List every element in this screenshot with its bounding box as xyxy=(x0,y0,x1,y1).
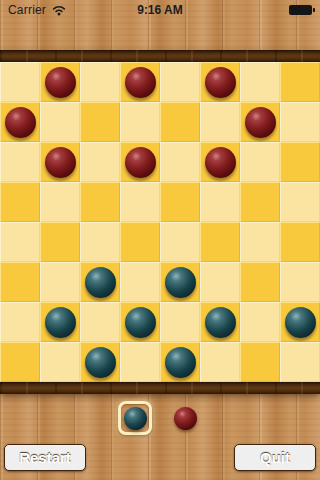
square-r7c8[interactable] xyxy=(280,302,320,342)
square-r3c5[interactable] xyxy=(160,142,200,182)
square-r5c6[interactable] xyxy=(200,222,240,262)
square-r2c1[interactable] xyxy=(0,102,40,142)
red-piece[interactable] xyxy=(245,107,276,138)
restart-button[interactable]: Restart xyxy=(4,444,86,471)
square-r2c4[interactable] xyxy=(120,102,160,142)
square-r6c4[interactable] xyxy=(120,262,160,302)
status-bar: Carrier 9:16 AM xyxy=(0,0,320,20)
red-turn-piece xyxy=(174,407,197,430)
square-r6c3[interactable] xyxy=(80,262,120,302)
square-r4c7[interactable] xyxy=(240,182,280,222)
square-r3c2[interactable] xyxy=(40,142,80,182)
square-r7c6[interactable] xyxy=(200,302,240,342)
square-r3c4[interactable] xyxy=(120,142,160,182)
teal-piece[interactable] xyxy=(45,307,76,338)
square-r1c6[interactable] xyxy=(200,62,240,102)
square-r6c1[interactable] xyxy=(0,262,40,302)
square-r1c5[interactable] xyxy=(160,62,200,102)
square-r2c3[interactable] xyxy=(80,102,120,142)
square-r7c7[interactable] xyxy=(240,302,280,342)
teal-piece[interactable] xyxy=(165,347,196,378)
square-r1c2[interactable] xyxy=(40,62,80,102)
square-r6c6[interactable] xyxy=(200,262,240,302)
square-r8c1[interactable] xyxy=(0,342,40,382)
square-r4c5[interactable] xyxy=(160,182,200,222)
square-r6c7[interactable] xyxy=(240,262,280,302)
square-r6c5[interactable] xyxy=(160,262,200,302)
teal-piece[interactable] xyxy=(285,307,316,338)
square-r8c4[interactable] xyxy=(120,342,160,382)
battery-icon xyxy=(289,5,312,15)
square-r8c2[interactable] xyxy=(40,342,80,382)
teal-turn-piece xyxy=(124,407,147,430)
board-frame-bottom xyxy=(0,382,320,394)
teal-piece[interactable] xyxy=(125,307,156,338)
red-piece[interactable] xyxy=(45,67,76,98)
square-r4c6[interactable] xyxy=(200,182,240,222)
square-r2c5[interactable] xyxy=(160,102,200,142)
square-r5c3[interactable] xyxy=(80,222,120,262)
board-grid xyxy=(0,62,320,382)
square-r2c2[interactable] xyxy=(40,102,80,142)
square-r8c8[interactable] xyxy=(280,342,320,382)
teal-piece[interactable] xyxy=(205,307,236,338)
square-r7c3[interactable] xyxy=(80,302,120,342)
square-r4c1[interactable] xyxy=(0,182,40,222)
tray-slot xyxy=(168,401,202,435)
teal-piece[interactable] xyxy=(85,267,116,298)
red-piece[interactable] xyxy=(125,67,156,98)
square-r1c3[interactable] xyxy=(80,62,120,102)
square-r5c4[interactable] xyxy=(120,222,160,262)
quit-button[interactable]: Quit xyxy=(234,444,316,471)
square-r6c2[interactable] xyxy=(40,262,80,302)
square-r1c1[interactable] xyxy=(0,62,40,102)
square-r4c4[interactable] xyxy=(120,182,160,222)
square-r8c5[interactable] xyxy=(160,342,200,382)
square-r2c8[interactable] xyxy=(280,102,320,142)
board-frame-top xyxy=(0,50,320,62)
square-r5c8[interactable] xyxy=(280,222,320,262)
clock-label: 9:16 AM xyxy=(0,3,320,17)
square-r2c6[interactable] xyxy=(200,102,240,142)
square-r5c5[interactable] xyxy=(160,222,200,262)
square-r4c8[interactable] xyxy=(280,182,320,222)
square-r3c7[interactable] xyxy=(240,142,280,182)
square-r3c1[interactable] xyxy=(0,142,40,182)
red-piece[interactable] xyxy=(5,107,36,138)
square-r2c7[interactable] xyxy=(240,102,280,142)
square-r3c3[interactable] xyxy=(80,142,120,182)
red-piece[interactable] xyxy=(125,147,156,178)
square-r5c1[interactable] xyxy=(0,222,40,262)
square-r7c1[interactable] xyxy=(0,302,40,342)
square-r7c4[interactable] xyxy=(120,302,160,342)
square-r1c7[interactable] xyxy=(240,62,280,102)
square-r4c2[interactable] xyxy=(40,182,80,222)
square-r8c6[interactable] xyxy=(200,342,240,382)
square-r7c2[interactable] xyxy=(40,302,80,342)
red-piece[interactable] xyxy=(205,67,236,98)
teal-piece[interactable] xyxy=(85,347,116,378)
square-r8c3[interactable] xyxy=(80,342,120,382)
red-piece[interactable] xyxy=(45,147,76,178)
square-r5c2[interactable] xyxy=(40,222,80,262)
square-r1c8[interactable] xyxy=(280,62,320,102)
checkers-board xyxy=(0,50,320,394)
square-r3c8[interactable] xyxy=(280,142,320,182)
square-r7c5[interactable] xyxy=(160,302,200,342)
turn-indicator xyxy=(0,401,320,435)
teal-piece[interactable] xyxy=(165,267,196,298)
square-r5c7[interactable] xyxy=(240,222,280,262)
active-turn-box xyxy=(118,401,152,435)
square-r3c6[interactable] xyxy=(200,142,240,182)
square-r8c7[interactable] xyxy=(240,342,280,382)
square-r4c3[interactable] xyxy=(80,182,120,222)
square-r6c8[interactable] xyxy=(280,262,320,302)
red-piece[interactable] xyxy=(205,147,236,178)
square-r1c4[interactable] xyxy=(120,62,160,102)
